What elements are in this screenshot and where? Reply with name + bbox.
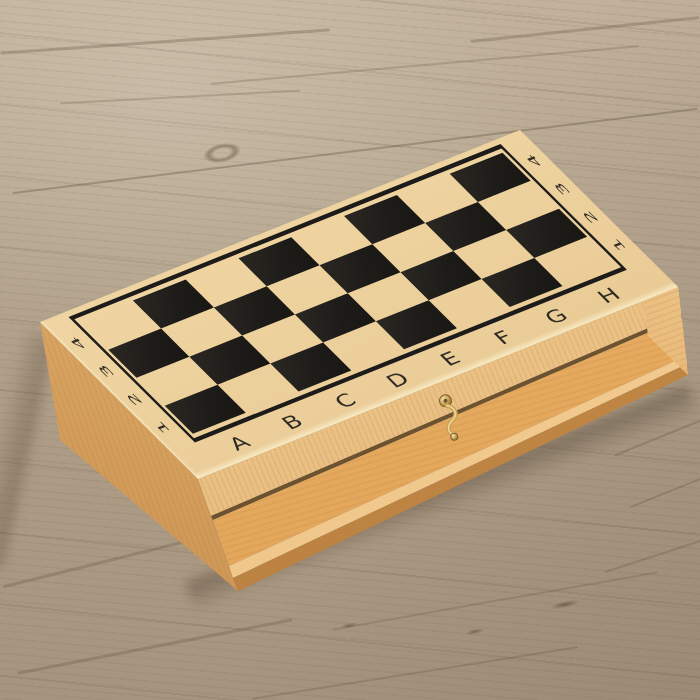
table-surface: ABCDEFGH 4321 4321	[0, 0, 700, 700]
wood-grain-streak	[0, 28, 329, 54]
wood-knot	[545, 596, 586, 613]
wood-grain-streak	[470, 16, 699, 43]
wood-knot	[462, 625, 489, 637]
wood-grain-streak	[630, 454, 700, 508]
wood-plank-seam	[12, 108, 697, 194]
wood-grain-streak	[60, 90, 300, 105]
wood-grain-streak	[332, 571, 657, 630]
wood-grain-streak	[604, 519, 700, 573]
box-cast-shadow-left	[0, 330, 55, 567]
wood-grain-streak	[252, 646, 578, 700]
wood-grain-streak	[3, 535, 207, 589]
wood-grain-streak	[17, 618, 292, 674]
wood-knot	[338, 620, 361, 631]
wood-grain-streak	[211, 45, 640, 84]
